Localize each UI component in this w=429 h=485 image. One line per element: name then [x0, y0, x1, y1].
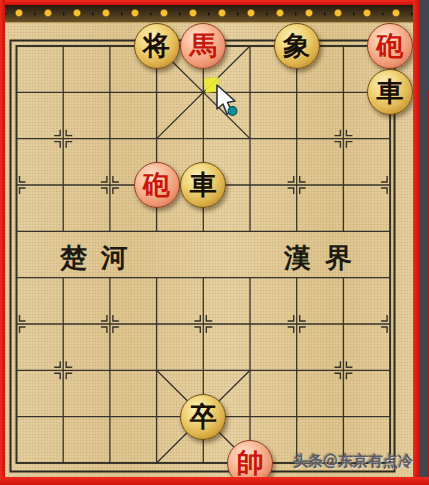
window-frame-top [0, 0, 419, 5]
black-chariot[interactable]: 車 [180, 162, 226, 208]
mouse-cursor-icon [214, 84, 244, 118]
black-soldier[interactable]: 卒 [180, 394, 226, 440]
window-frame-bottom [0, 477, 429, 485]
window-frame-left [0, 0, 5, 485]
xiangqi-game-window: 楚河 漢界 将馬象砲車砲車卒帥 头条@东京有点冷 [0, 0, 429, 485]
red-cannon[interactable]: 砲 [134, 162, 180, 208]
black-elephant[interactable]: 象 [274, 23, 320, 69]
studded-top-rail [5, 5, 413, 23]
black-chariot[interactable]: 車 [367, 69, 413, 115]
red-horse[interactable]: 馬 [180, 23, 226, 69]
red-cannon[interactable]: 砲 [367, 23, 413, 69]
watermark-text: 头条@东京有点冷 [293, 452, 429, 471]
black-general[interactable]: 将 [134, 23, 180, 69]
